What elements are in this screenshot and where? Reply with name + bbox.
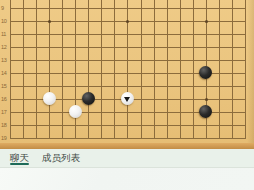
row-coordinate-label: 10 xyxy=(1,18,9,24)
black-stone[interactable] xyxy=(199,105,212,118)
grid-line-horizontal xyxy=(10,86,246,87)
row-coordinate-label: 9 xyxy=(1,5,9,11)
row-coordinate-label: 18 xyxy=(1,122,9,128)
grid-line-horizontal xyxy=(10,60,246,61)
row-coordinate-label: 11 xyxy=(1,31,9,37)
tab-chat[interactable]: 聊天 xyxy=(10,149,29,167)
tab-member-list[interactable]: 成员列表 xyxy=(42,149,80,167)
black-stone[interactable] xyxy=(82,92,95,105)
white-stone[interactable] xyxy=(121,92,134,105)
go-board[interactable]: 910111213141516171819 xyxy=(0,0,254,143)
last-move-triangle-marker xyxy=(124,97,130,102)
active-tab-underline xyxy=(10,163,29,165)
tab-member-list-label: 成员列表 xyxy=(42,152,80,165)
row-coordinate-label: 13 xyxy=(1,57,9,63)
row-coordinate-label: 19 xyxy=(1,135,9,141)
white-stone[interactable] xyxy=(69,105,82,118)
go-game-room-screen: 910111213141516171819 聊天 成员列表 xyxy=(0,0,254,190)
grid-line-horizontal xyxy=(10,8,246,9)
white-stone[interactable] xyxy=(43,92,56,105)
row-coordinate-label: 12 xyxy=(1,44,9,50)
star-point xyxy=(48,20,51,23)
grid-line-horizontal xyxy=(10,34,246,35)
row-coordinate-label: 17 xyxy=(1,109,9,115)
row-coordinate-label: 16 xyxy=(1,96,9,102)
row-coordinate-label: 14 xyxy=(1,70,9,76)
tab-bar: 聊天 成员列表 xyxy=(0,149,254,168)
star-point xyxy=(205,98,208,101)
grid-line-horizontal xyxy=(10,138,246,139)
star-point xyxy=(205,20,208,23)
chat-panel xyxy=(0,168,254,190)
black-stone[interactable] xyxy=(199,66,212,79)
row-coordinate-label: 15 xyxy=(1,83,9,89)
grid-line-horizontal xyxy=(10,125,246,126)
grid-line-horizontal xyxy=(10,47,246,48)
